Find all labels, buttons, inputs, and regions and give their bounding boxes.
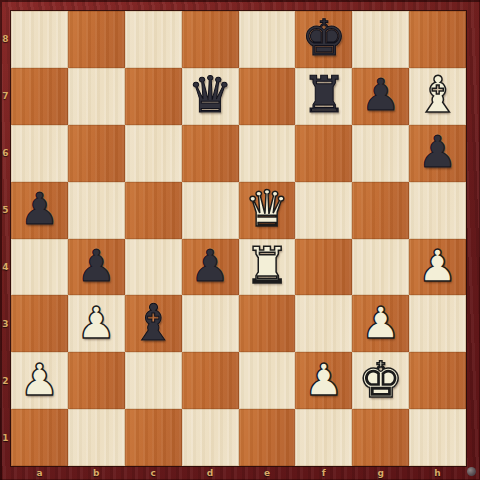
rank-label-1: 1 bbox=[2, 433, 8, 443]
square-b4[interactable]: ♟ bbox=[68, 239, 125, 296]
white-rook-piece[interactable]: ♜ bbox=[245, 241, 290, 291]
square-b8[interactable] bbox=[68, 11, 125, 68]
square-a5[interactable]: ♟ bbox=[11, 182, 68, 239]
square-d7[interactable]: ♛ bbox=[182, 68, 239, 125]
square-f8[interactable]: ♚ bbox=[295, 11, 352, 68]
file-label-a: a bbox=[36, 468, 42, 478]
white-bishop-piece[interactable]: ♝ bbox=[415, 70, 460, 120]
square-f4[interactable] bbox=[295, 239, 352, 296]
square-c6[interactable] bbox=[125, 125, 182, 182]
square-c1[interactable] bbox=[125, 409, 182, 466]
file-label-g: g bbox=[377, 468, 383, 478]
square-a6[interactable] bbox=[11, 125, 68, 182]
square-f1[interactable] bbox=[295, 409, 352, 466]
chess-board[interactable]: ♚♛♜♟♝♟♟♛♟♟♜♟♟♝♟♟♟♚ bbox=[11, 11, 466, 466]
square-h8[interactable] bbox=[409, 11, 466, 68]
black-pawn-piece[interactable]: ♟ bbox=[190, 244, 229, 288]
square-c3[interactable]: ♝ bbox=[125, 295, 182, 352]
white-pawn-piece[interactable]: ♟ bbox=[77, 301, 116, 345]
square-b3[interactable]: ♟ bbox=[68, 295, 125, 352]
square-a8[interactable] bbox=[11, 11, 68, 68]
square-c4[interactable] bbox=[125, 239, 182, 296]
black-rook-piece[interactable]: ♜ bbox=[301, 70, 346, 120]
file-label-d: d bbox=[207, 468, 213, 478]
white-pawn-piece[interactable]: ♟ bbox=[304, 358, 343, 402]
square-h7[interactable]: ♝ bbox=[409, 68, 466, 125]
square-e2[interactable] bbox=[239, 352, 296, 409]
square-g5[interactable] bbox=[352, 182, 409, 239]
file-label-h: h bbox=[434, 468, 440, 478]
square-d1[interactable] bbox=[182, 409, 239, 466]
white-pawn-piece[interactable]: ♟ bbox=[418, 244, 457, 288]
square-h4[interactable]: ♟ bbox=[409, 239, 466, 296]
square-h1[interactable] bbox=[409, 409, 466, 466]
white-king-piece[interactable]: ♚ bbox=[358, 355, 403, 405]
square-d5[interactable] bbox=[182, 182, 239, 239]
square-b6[interactable] bbox=[68, 125, 125, 182]
square-c8[interactable] bbox=[125, 11, 182, 68]
square-b7[interactable] bbox=[68, 68, 125, 125]
file-labels: abcdefgh bbox=[11, 466, 466, 480]
rank-label-7: 7 bbox=[2, 91, 8, 101]
white-pawn-piece[interactable]: ♟ bbox=[20, 358, 59, 402]
square-g8[interactable] bbox=[352, 11, 409, 68]
square-b2[interactable] bbox=[68, 352, 125, 409]
square-e6[interactable] bbox=[239, 125, 296, 182]
square-h5[interactable] bbox=[409, 182, 466, 239]
rank-label-2: 2 bbox=[2, 376, 8, 386]
square-g2[interactable]: ♚ bbox=[352, 352, 409, 409]
rank-label-6: 6 bbox=[2, 148, 8, 158]
square-h2[interactable] bbox=[409, 352, 466, 409]
square-a7[interactable] bbox=[11, 68, 68, 125]
white-pawn-piece[interactable]: ♟ bbox=[361, 301, 400, 345]
square-d2[interactable] bbox=[182, 352, 239, 409]
corner-badge-icon bbox=[467, 467, 476, 476]
rank-label-4: 4 bbox=[2, 262, 8, 272]
square-e8[interactable] bbox=[239, 11, 296, 68]
file-label-c: c bbox=[151, 468, 156, 478]
file-label-f: f bbox=[322, 468, 326, 478]
file-label-e: e bbox=[264, 468, 270, 478]
square-a4[interactable] bbox=[11, 239, 68, 296]
square-g4[interactable] bbox=[352, 239, 409, 296]
square-c7[interactable] bbox=[125, 68, 182, 125]
square-g3[interactable]: ♟ bbox=[352, 295, 409, 352]
square-e1[interactable] bbox=[239, 409, 296, 466]
square-f3[interactable] bbox=[295, 295, 352, 352]
white-queen-piece[interactable]: ♛ bbox=[245, 184, 290, 234]
square-e3[interactable] bbox=[239, 295, 296, 352]
square-h6[interactable]: ♟ bbox=[409, 125, 466, 182]
square-g1[interactable] bbox=[352, 409, 409, 466]
square-e4[interactable]: ♜ bbox=[239, 239, 296, 296]
square-a1[interactable] bbox=[11, 409, 68, 466]
square-d6[interactable] bbox=[182, 125, 239, 182]
square-g6[interactable] bbox=[352, 125, 409, 182]
black-bishop-piece[interactable]: ♝ bbox=[131, 298, 176, 348]
square-h3[interactable] bbox=[409, 295, 466, 352]
square-e5[interactable]: ♛ bbox=[239, 182, 296, 239]
square-d3[interactable] bbox=[182, 295, 239, 352]
black-king-piece[interactable]: ♚ bbox=[301, 13, 346, 63]
chess-board-frame: 87654321 abcdefgh ♚♛♜♟♝♟♟♛♟♟♜♟♟♝♟♟♟♚ bbox=[0, 0, 480, 480]
black-pawn-piece[interactable]: ♟ bbox=[77, 244, 116, 288]
black-queen-piece[interactable]: ♛ bbox=[188, 70, 233, 120]
rank-label-8: 8 bbox=[2, 34, 8, 44]
rank-label-5: 5 bbox=[2, 205, 8, 215]
square-f7[interactable]: ♜ bbox=[295, 68, 352, 125]
square-c2[interactable] bbox=[125, 352, 182, 409]
square-e7[interactable] bbox=[239, 68, 296, 125]
square-a2[interactable]: ♟ bbox=[11, 352, 68, 409]
square-g7[interactable]: ♟ bbox=[352, 68, 409, 125]
rank-labels: 87654321 bbox=[0, 11, 11, 466]
file-label-b: b bbox=[93, 468, 99, 478]
square-f6[interactable] bbox=[295, 125, 352, 182]
black-pawn-piece[interactable]: ♟ bbox=[418, 130, 457, 174]
square-d8[interactable] bbox=[182, 11, 239, 68]
square-f5[interactable] bbox=[295, 182, 352, 239]
square-a3[interactable] bbox=[11, 295, 68, 352]
rank-label-3: 3 bbox=[2, 319, 8, 329]
square-d4[interactable]: ♟ bbox=[182, 239, 239, 296]
square-b1[interactable] bbox=[68, 409, 125, 466]
square-f2[interactable]: ♟ bbox=[295, 352, 352, 409]
square-c5[interactable] bbox=[125, 182, 182, 239]
black-pawn-piece[interactable]: ♟ bbox=[361, 73, 400, 117]
black-pawn-piece[interactable]: ♟ bbox=[20, 187, 59, 231]
square-b5[interactable] bbox=[68, 182, 125, 239]
